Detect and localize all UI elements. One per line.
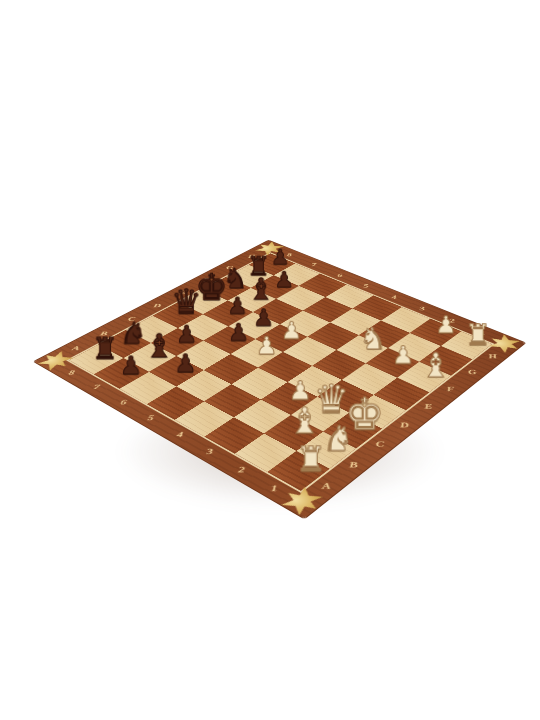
- rank-label-left-7: 7: [93, 383, 101, 390]
- black-bishop-f7: ♝: [248, 274, 275, 304]
- file-label-bottom-E: E: [424, 402, 433, 410]
- file-label-bottom-H: H: [487, 353, 498, 360]
- white-pawn-e5: ♟: [281, 319, 302, 343]
- black-pawn-a7: ♟: [120, 353, 142, 378]
- file-label-top-F: F: [203, 277, 210, 282]
- black-pawn-d6: ♟: [228, 321, 249, 345]
- white-pawn-d5: ♟: [256, 334, 278, 358]
- product-photo-chessboard: ♜♞♛♚♞♜♟♟♝♟♟♝♟♟♟♟♟♟♟♞♝♛♟♟♜♞♚♝♜ AA11BB22CC…: [0, 0, 540, 720]
- black-bishop-b7: ♝: [145, 330, 174, 362]
- rank-label-left-6: 6: [120, 398, 128, 406]
- black-queen-d8: ♛: [171, 285, 202, 319]
- file-label-bottom-F: F: [446, 385, 455, 392]
- file-label-top-G: G: [226, 265, 233, 270]
- white-knight-f3: ♞: [359, 324, 386, 354]
- black-pawn-e6: ♟: [253, 307, 274, 330]
- file-label-top-D: D: [153, 302, 162, 308]
- rank-label-left-4: 4: [176, 430, 183, 438]
- rank-label-right-7: 7: [311, 262, 316, 267]
- white-bishop-b2: ♝: [289, 403, 321, 439]
- black-rook-a8: ♜: [92, 335, 118, 365]
- file-label-bottom-G: G: [467, 368, 477, 375]
- file-label-top-A: A: [71, 345, 80, 351]
- rank-label-left-3: 3: [206, 447, 213, 456]
- square-a1: ♜: [267, 451, 329, 491]
- rank-label-left-1: 1: [271, 483, 278, 492]
- file-label-bottom-C: C: [375, 440, 384, 448]
- white-knight-b1: ♞: [323, 421, 354, 456]
- white-rook-h1: ♜: [465, 321, 491, 350]
- rank-label-left-2: 2: [238, 465, 245, 474]
- white-pawn-f2: ♟: [393, 343, 415, 368]
- black-pawn-b6: ♟: [175, 351, 197, 376]
- white-rook-a1: ♜: [295, 443, 326, 477]
- file-label-top-C: C: [127, 316, 135, 322]
- rank-label-left-5: 5: [147, 414, 154, 422]
- black-knight-b8: ♞: [120, 319, 147, 349]
- black-pawn-g7: ♟: [274, 269, 294, 291]
- rank-label-right-5: 5: [363, 283, 369, 288]
- file-label-bottom-B: B: [349, 460, 358, 469]
- file-label-bottom-D: D: [400, 421, 410, 429]
- file-label-top-H: H: [248, 254, 256, 259]
- file-label-top-E: E: [179, 289, 187, 294]
- white-bishop-f1: ♝: [421, 348, 451, 381]
- rank-label-right-2: 2: [448, 317, 455, 323]
- rank-label-right-3: 3: [419, 306, 425, 312]
- rank-label-right-8: 8: [287, 252, 292, 257]
- file-label-bottom-A: A: [322, 481, 331, 490]
- rank-label-left-8: 8: [68, 369, 76, 376]
- rank-label-right-6: 6: [337, 273, 342, 278]
- black-pawn-c7: ♟: [176, 323, 197, 347]
- black-pawn-e7: ♟: [227, 295, 247, 318]
- rank-label-right-4: 4: [391, 294, 397, 300]
